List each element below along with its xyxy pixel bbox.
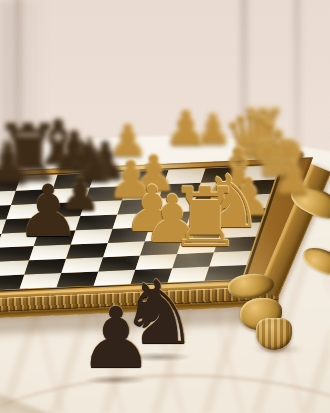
chess-set-photo: ♜♟♝♟♞♟♟♟♟♟♟♟♟♛♜♚♝♟♟♟♜♞♟♞♟ — [0, 0, 330, 413]
piece-bronze-pawn: ♟ — [16, 175, 81, 247]
piece-gold-pawn: ♟ — [272, 155, 313, 201]
pieces-layer: ♜♟♝♟♞♟♟♟♟♟♟♟♟♛♜♚♝♟♟♟♜♞♟♞♟ — [0, 0, 330, 413]
piece-gold-rook: ♜ — [168, 177, 242, 259]
piece-bronze-pawn: ♟ — [78, 296, 153, 380]
